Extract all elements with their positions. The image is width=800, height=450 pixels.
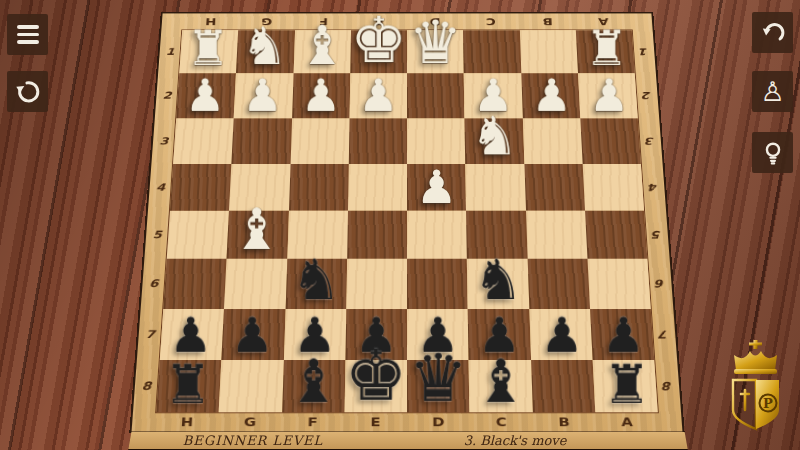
square-b2[interactable]: ♟ — [521, 74, 580, 119]
white-pawn-piece[interactable]: ♟ — [407, 164, 466, 210]
square-b4[interactable] — [524, 164, 585, 211]
square-e4[interactable] — [348, 164, 407, 211]
white-bishop-piece[interactable]: ♝ — [227, 201, 287, 258]
square-h6[interactable] — [163, 259, 226, 309]
white-knight-piece[interactable]: ♞ — [465, 110, 523, 163]
square-a7[interactable]: ♟ — [590, 309, 654, 360]
square-b8[interactable] — [531, 360, 595, 413]
square-c4[interactable] — [465, 164, 525, 211]
black-pawn-piece[interactable]: ♟ — [531, 311, 593, 359]
choose-side-button[interactable]: ♙ — [752, 71, 793, 112]
coordinate-label: 2 — [635, 74, 659, 119]
square-e5[interactable] — [347, 211, 407, 259]
square-c1[interactable] — [463, 30, 521, 73]
shield-icon: P — [733, 380, 779, 429]
square-e3[interactable] — [349, 118, 407, 164]
square-h1[interactable]: ♜ — [179, 30, 238, 73]
pawn-outline-icon: ♙ — [760, 78, 784, 105]
square-c8[interactable]: ♝ — [469, 360, 533, 413]
chess-board[interactable]: HGFEDCBA HGFEDCBA 12345678 12345678 ♜♞♝♚… — [129, 12, 684, 433]
white-pawn-piece[interactable]: ♟ — [292, 73, 350, 118]
square-d3[interactable] — [407, 118, 465, 164]
white-rook-piece[interactable]: ♜ — [179, 25, 236, 73]
coordinate-label: D — [407, 415, 470, 429]
svg-text:P: P — [763, 396, 773, 411]
black-rook-piece[interactable]: ♜ — [595, 359, 658, 412]
coordinate-label: 3 — [638, 118, 663, 164]
difficulty-level-label: BEGINNER LEVEL — [183, 433, 323, 448]
square-g6[interactable] — [224, 259, 287, 309]
coordinate-label: H — [155, 415, 219, 429]
square-b3[interactable] — [522, 118, 582, 164]
black-queen-piece[interactable]: ♛ — [407, 346, 470, 412]
white-pawn-piece[interactable]: ♟ — [580, 73, 638, 118]
square-a8[interactable]: ♜ — [592, 360, 657, 413]
white-pawn-piece[interactable]: ♟ — [234, 73, 292, 118]
square-f2[interactable]: ♟ — [292, 74, 350, 119]
undo-button[interactable] — [752, 12, 793, 53]
coordinate-label: 4 — [641, 164, 666, 211]
black-pawn-piece[interactable]: ♟ — [592, 311, 654, 359]
black-pawn-piece[interactable]: ♟ — [160, 311, 222, 359]
square-b1[interactable] — [519, 30, 577, 73]
square-b5[interactable] — [526, 211, 588, 259]
coordinate-label: 4 — [148, 164, 173, 211]
coordinate-label: 8 — [654, 360, 681, 413]
square-e1[interactable]: ♚ — [350, 30, 407, 73]
restart-circular-arrow-icon — [15, 79, 41, 105]
square-a5[interactable] — [585, 211, 648, 259]
brand-logo: P — [718, 337, 794, 432]
hint-button[interactable] — [752, 132, 793, 173]
square-e2[interactable]: ♟ — [349, 74, 407, 119]
black-pawn-piece[interactable]: ♟ — [222, 311, 284, 359]
square-a3[interactable] — [580, 118, 641, 164]
square-g1[interactable]: ♞ — [236, 30, 294, 73]
square-f1[interactable]: ♝ — [293, 30, 351, 73]
coordinate-label: A — [595, 415, 659, 429]
square-e8[interactable]: ♚ — [344, 360, 407, 413]
square-a1[interactable]: ♜ — [576, 30, 635, 73]
coordinate-label: 6 — [647, 259, 673, 309]
square-c6[interactable]: ♞ — [467, 259, 529, 309]
coordinate-label: 7 — [651, 309, 677, 360]
white-king-piece[interactable]: ♚ — [350, 9, 407, 72]
square-e6[interactable] — [346, 259, 407, 309]
coordinate-label: B — [519, 16, 576, 27]
square-d5[interactable] — [407, 211, 467, 259]
square-d1[interactable]: ♛ — [407, 30, 464, 73]
crown-icon — [734, 340, 777, 374]
coordinate-label: C — [463, 16, 519, 27]
coordinate-label: 1 — [632, 30, 656, 73]
coordinate-label: B — [532, 415, 595, 429]
square-d8[interactable]: ♛ — [407, 360, 470, 413]
square-h2[interactable]: ♟ — [176, 74, 236, 119]
square-c3[interactable]: ♞ — [465, 118, 524, 164]
black-king-piece[interactable]: ♚ — [344, 342, 407, 412]
app-screen: HGFEDCBA HGFEDCBA 12345678 12345678 ♜♞♝♚… — [0, 0, 800, 450]
square-f6[interactable]: ♞ — [285, 259, 347, 309]
board-front-edge: BEGINNER LEVEL 3. Black's move — [128, 432, 688, 450]
black-knight-piece[interactable]: ♞ — [285, 252, 346, 308]
square-g2[interactable]: ♟ — [234, 74, 293, 119]
hamburger-menu-icon — [17, 25, 39, 43]
square-h7[interactable]: ♟ — [160, 309, 224, 360]
square-g8[interactable] — [219, 360, 283, 413]
coordinate-label: C — [470, 415, 533, 429]
white-queen-piece[interactable]: ♛ — [407, 13, 464, 73]
black-bishop-piece[interactable]: ♝ — [282, 352, 345, 411]
square-a2[interactable]: ♟ — [578, 74, 638, 119]
coordinate-label: 5 — [644, 211, 670, 259]
white-knight-piece[interactable]: ♞ — [236, 21, 293, 73]
square-h4[interactable] — [170, 164, 232, 211]
restart-button[interactable] — [7, 71, 48, 112]
square-d4[interactable]: ♟ — [407, 164, 466, 211]
square-f3[interactable] — [290, 118, 349, 164]
file-labels-bottom: HGFEDCBA — [155, 412, 659, 431]
square-h5[interactable] — [167, 211, 230, 259]
menu-button[interactable] — [7, 14, 48, 55]
square-g7[interactable]: ♟ — [222, 309, 286, 360]
move-status-label: 3. Black's move — [464, 433, 567, 448]
white-rook-piece[interactable]: ♜ — [578, 25, 635, 73]
coordinate-label: E — [344, 415, 407, 429]
square-f8[interactable]: ♝ — [282, 360, 346, 413]
coordinate-label: G — [218, 415, 281, 429]
board-grid[interactable]: ♜♞♝♚♛♜♟♟♟♟♟♟♟♞♟♝♞♞♟♟♟♟♟♟♟♟♜♝♚♛♝♜ — [156, 30, 657, 412]
coordinate-label: 3 — [151, 118, 176, 164]
square-d2[interactable] — [407, 74, 465, 119]
black-knight-piece[interactable]: ♞ — [468, 252, 529, 308]
square-g3[interactable] — [232, 118, 292, 164]
square-a4[interactable] — [582, 164, 644, 211]
square-f4[interactable] — [288, 164, 348, 211]
white-pawn-piece[interactable]: ♟ — [349, 73, 407, 118]
square-b7[interactable]: ♟ — [529, 309, 593, 360]
square-d6[interactable] — [407, 259, 468, 309]
black-rook-piece[interactable]: ♜ — [156, 359, 219, 412]
coordinate-label: F — [281, 415, 344, 429]
square-g5[interactable]: ♝ — [227, 211, 289, 259]
black-bishop-piece[interactable]: ♝ — [470, 352, 533, 411]
white-pawn-piece[interactable]: ♟ — [176, 73, 234, 118]
square-h3[interactable] — [173, 118, 234, 164]
square-h8[interactable]: ♜ — [156, 360, 221, 413]
white-pawn-piece[interactable]: ♟ — [522, 73, 580, 118]
lightbulb-icon — [760, 140, 786, 166]
square-b6[interactable] — [527, 259, 590, 309]
undo-curved-arrow-icon — [760, 20, 786, 46]
square-a6[interactable] — [587, 259, 650, 309]
white-bishop-piece[interactable]: ♝ — [293, 19, 350, 73]
